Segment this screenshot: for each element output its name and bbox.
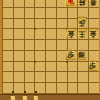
board-cell-5-6[interactable] xyxy=(46,51,57,62)
board-cell-4-2[interactable] xyxy=(57,8,68,19)
board-cell-5-1[interactable] xyxy=(46,0,57,8)
board-cell-6-9[interactable] xyxy=(35,83,46,94)
board-cell-9-6[interactable] xyxy=(3,51,14,62)
shogi-app-screen: 竜桂香歩金王金歩銀歩 xyxy=(0,0,100,100)
board-cell-4-1[interactable] xyxy=(57,0,68,8)
board-cell-5-8[interactable] xyxy=(46,72,57,83)
star-point xyxy=(34,61,36,63)
board-cell-2-9[interactable] xyxy=(78,83,89,94)
board-cell-4-5[interactable] xyxy=(57,40,68,51)
board-cell-6-8[interactable] xyxy=(35,72,46,83)
piece-glyph: 金 xyxy=(67,30,74,37)
board-cell-7-8[interactable] xyxy=(25,72,36,83)
board-cell-9-3[interactable] xyxy=(3,19,14,30)
board-cell-4-7[interactable] xyxy=(57,62,68,73)
board-cell-6-7[interactable] xyxy=(35,62,46,73)
board-cell-6-1[interactable] xyxy=(35,0,46,8)
hand-piece-count-tick xyxy=(35,91,37,93)
shogi-board[interactable] xyxy=(2,0,100,94)
piece-glyph: 香 xyxy=(89,0,96,4)
hand-piece-count-tick xyxy=(12,91,14,93)
board-right-border xyxy=(99,0,100,94)
board-cell-9-4[interactable] xyxy=(3,29,14,40)
board-cell-3-8[interactable] xyxy=(68,72,79,83)
board-cell-7-2[interactable] xyxy=(25,8,36,19)
board-cell-8-1[interactable] xyxy=(14,0,25,8)
board-cell-4-9[interactable] xyxy=(57,83,68,94)
board-cell-3-5[interactable] xyxy=(68,40,79,51)
board-cell-8-3[interactable] xyxy=(14,19,25,30)
board-cell-2-5[interactable] xyxy=(78,40,89,51)
board-cell-6-6[interactable] xyxy=(35,51,46,62)
board-cell-6-2[interactable] xyxy=(35,8,46,19)
board-cell-9-8[interactable] xyxy=(3,72,14,83)
board-cell-8-8[interactable] xyxy=(14,72,25,83)
star-point xyxy=(66,61,68,63)
board-cell-3-2[interactable] xyxy=(68,8,79,19)
board-cell-9-1[interactable] xyxy=(3,0,14,8)
board-cell-8-5[interactable] xyxy=(14,40,25,51)
board-cell-5-5[interactable] xyxy=(46,40,57,51)
board-cell-9-5[interactable] xyxy=(3,40,14,51)
board-cell-9-2[interactable] xyxy=(3,8,14,19)
board-cell-4-8[interactable] xyxy=(57,72,68,83)
board-cell-6-5[interactable] xyxy=(35,40,46,51)
piece-glyph: 桂 xyxy=(78,0,85,4)
piece-glyph: 金 xyxy=(89,30,96,37)
board-cell-5-2[interactable] xyxy=(46,8,57,19)
piece-glyph: 竜 xyxy=(67,0,74,4)
piece-glyph: 歩 xyxy=(67,51,74,58)
piece-glyph: 銀 xyxy=(78,51,85,58)
piece-glyph: 歩 xyxy=(78,19,85,26)
board-cell-5-7[interactable] xyxy=(46,62,57,73)
board-cell-7-5[interactable] xyxy=(25,40,36,51)
board-cell-5-4[interactable] xyxy=(46,29,57,40)
board-cell-8-2[interactable] xyxy=(14,8,25,19)
piece-glyph: 王 xyxy=(78,30,85,37)
board-cell-8-7[interactable] xyxy=(14,62,25,73)
board-cell-6-4[interactable] xyxy=(35,29,46,40)
piece-glyph: 歩 xyxy=(89,62,96,69)
board-cell-5-9[interactable] xyxy=(46,83,57,94)
board-cell-6-3[interactable] xyxy=(35,19,46,30)
board-cell-4-4[interactable] xyxy=(57,29,68,40)
board-cell-8-6[interactable] xyxy=(14,51,25,62)
board-cell-3-7[interactable] xyxy=(68,62,79,73)
board-cell-7-4[interactable] xyxy=(25,29,36,40)
hand-piece-count-tick xyxy=(24,91,26,93)
board-left-border xyxy=(0,0,2,94)
shogi-piece-dragon-promoted-rook[interactable]: 竜 xyxy=(66,0,76,6)
board-cell-9-7[interactable] xyxy=(3,62,14,73)
board-cell-2-7[interactable] xyxy=(78,62,89,73)
board-cell-8-4[interactable] xyxy=(14,29,25,40)
board-cell-7-1[interactable] xyxy=(25,0,36,8)
board-cell-3-9[interactable] xyxy=(68,83,79,94)
board-cell-7-7[interactable] xyxy=(25,62,36,73)
board-cell-5-3[interactable] xyxy=(46,19,57,30)
star-point xyxy=(34,28,36,30)
board-cell-2-8[interactable] xyxy=(78,72,89,83)
